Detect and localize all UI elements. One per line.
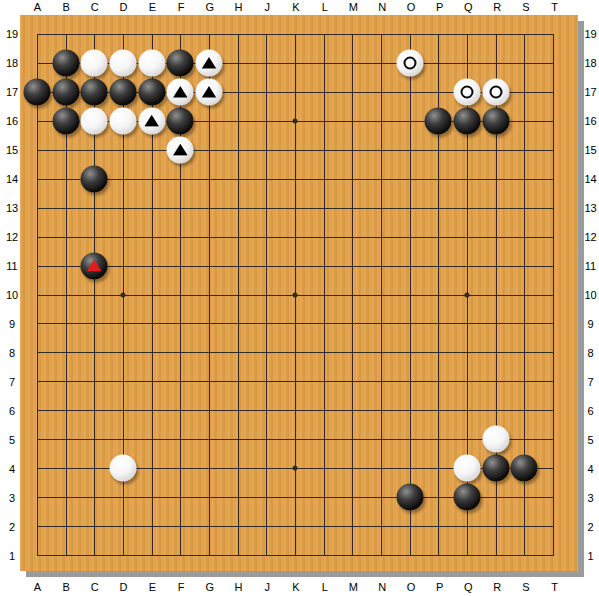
grid-cell[interactable] — [180, 295, 209, 324]
grid-cell[interactable] — [152, 497, 181, 526]
grid-cell[interactable] — [324, 63, 353, 92]
grid-cell[interactable] — [438, 526, 467, 555]
grid-cell[interactable] — [324, 150, 353, 179]
grid-cell[interactable] — [123, 179, 152, 208]
grid-cell[interactable] — [66, 381, 95, 410]
grid-cell[interactable] — [295, 295, 324, 324]
grid-cell[interactable] — [352, 352, 381, 381]
grid-cell[interactable] — [94, 381, 123, 410]
stone-white-C18[interactable] — [81, 49, 108, 76]
grid-cell[interactable] — [123, 266, 152, 295]
grid-cell[interactable] — [238, 121, 267, 150]
grid-cell[interactable] — [467, 150, 496, 179]
grid-cell[interactable] — [295, 121, 324, 150]
stone-black-D17[interactable] — [110, 78, 137, 105]
grid-cell[interactable] — [238, 468, 267, 497]
stone-white-R5[interactable] — [482, 426, 509, 453]
grid-cell[interactable] — [266, 34, 295, 63]
grid-cell[interactable] — [524, 497, 553, 526]
grid-cell[interactable] — [352, 150, 381, 179]
grid-cell[interactable] — [438, 266, 467, 295]
grid-cell[interactable] — [66, 439, 95, 468]
grid-cell[interactable] — [352, 63, 381, 92]
stone-black-P16[interactable] — [425, 107, 452, 134]
grid-cell[interactable] — [238, 63, 267, 92]
grid-cell[interactable] — [324, 439, 353, 468]
row-label-right-10: 10 — [582, 281, 599, 310]
grid-cell[interactable] — [381, 323, 410, 352]
grid-cell[interactable] — [180, 266, 209, 295]
grid-cell[interactable] — [295, 208, 324, 237]
stone-white-E18[interactable] — [138, 49, 165, 76]
grid-cell[interactable] — [524, 323, 553, 352]
grid-cell[interactable] — [266, 352, 295, 381]
grid-cell[interactable] — [352, 121, 381, 150]
grid-cell[interactable] — [180, 439, 209, 468]
grid-cell[interactable] — [496, 323, 525, 352]
grid-cell[interactable] — [209, 266, 238, 295]
grid-cell[interactable] — [209, 526, 238, 555]
grid-cell[interactable] — [238, 266, 267, 295]
stone-black-Q16[interactable] — [454, 107, 481, 134]
grid-cell[interactable] — [496, 208, 525, 237]
grid-cell[interactable] — [37, 352, 66, 381]
grid-cell[interactable] — [209, 208, 238, 237]
grid-cell[interactable] — [324, 208, 353, 237]
grid-cell[interactable] — [238, 439, 267, 468]
grid-cell[interactable] — [295, 497, 324, 526]
grid-cell[interactable] — [152, 323, 181, 352]
grid-cell[interactable] — [295, 323, 324, 352]
stone-black-A17[interactable] — [24, 78, 51, 105]
grid-cell[interactable] — [266, 208, 295, 237]
grid-cell[interactable] — [152, 439, 181, 468]
grid-cell[interactable] — [37, 381, 66, 410]
grid-cell[interactable] — [123, 410, 152, 439]
stone-black-F16[interactable] — [167, 107, 194, 134]
goban[interactable] — [20, 15, 578, 571]
grid-cell[interactable] — [123, 295, 152, 324]
stone-white-Q4[interactable] — [454, 455, 481, 482]
grid-cell[interactable] — [410, 381, 439, 410]
grid-cell[interactable] — [266, 468, 295, 497]
grid-cell[interactable] — [467, 526, 496, 555]
grid-cell[interactable] — [324, 121, 353, 150]
grid-cell[interactable] — [152, 208, 181, 237]
grid-cell[interactable] — [238, 352, 267, 381]
grid-cell[interactable] — [467, 295, 496, 324]
grid-cell[interactable] — [238, 208, 267, 237]
grid-cell[interactable] — [180, 179, 209, 208]
grid-cell[interactable] — [152, 179, 181, 208]
grid-cell[interactable] — [37, 439, 66, 468]
stone-black-B16[interactable] — [52, 107, 79, 134]
grid-cell[interactable] — [496, 150, 525, 179]
grid-cell[interactable] — [324, 295, 353, 324]
grid-cell[interactable] — [438, 237, 467, 266]
grid-cell[interactable] — [209, 150, 238, 179]
grid-cell[interactable] — [209, 497, 238, 526]
stone-white-G17[interactable] — [196, 78, 223, 105]
grid-cell[interactable] — [238, 150, 267, 179]
grid-cell[interactable] — [180, 410, 209, 439]
grid-cell[interactable] — [66, 526, 95, 555]
grid-cell[interactable] — [410, 323, 439, 352]
grid-cell[interactable] — [66, 295, 95, 324]
grid-cell[interactable] — [209, 352, 238, 381]
grid-cell[interactable] — [266, 295, 295, 324]
grid-cell[interactable] — [524, 266, 553, 295]
grid-cell[interactable] — [467, 208, 496, 237]
grid-cell[interactable] — [352, 410, 381, 439]
grid-cell[interactable] — [266, 121, 295, 150]
grid-cell[interactable] — [524, 295, 553, 324]
grid-cell[interactable] — [524, 410, 553, 439]
grid-cell[interactable] — [324, 179, 353, 208]
grid-cell[interactable] — [266, 179, 295, 208]
grid-cell[interactable] — [410, 526, 439, 555]
grid-cell[interactable] — [524, 381, 553, 410]
grid-cell[interactable] — [524, 352, 553, 381]
col-label-top-E: E — [138, 0, 167, 15]
stone-black-B18[interactable] — [52, 49, 79, 76]
grid-cell[interactable] — [324, 323, 353, 352]
grid-cell[interactable] — [266, 526, 295, 555]
grid-cell[interactable] — [209, 295, 238, 324]
grid-cell[interactable] — [266, 410, 295, 439]
grid-cell[interactable] — [266, 150, 295, 179]
grid-cell[interactable] — [295, 352, 324, 381]
grid-cell[interactable] — [37, 468, 66, 497]
grid-cell[interactable] — [152, 295, 181, 324]
grid-cell[interactable] — [295, 92, 324, 121]
grid-cell[interactable] — [37, 208, 66, 237]
grid-cell[interactable] — [352, 237, 381, 266]
stone-white-F15[interactable] — [167, 136, 194, 163]
grid-cell[interactable] — [524, 237, 553, 266]
grid-cell[interactable] — [266, 266, 295, 295]
grid-cell[interactable] — [266, 323, 295, 352]
grid-cell[interactable] — [524, 92, 553, 121]
grid-cell[interactable] — [123, 352, 152, 381]
grid-cell[interactable] — [467, 237, 496, 266]
grid-cell[interactable] — [410, 439, 439, 468]
grid-cell[interactable] — [352, 526, 381, 555]
grid-cell[interactable] — [209, 179, 238, 208]
grid-cell[interactable] — [66, 352, 95, 381]
grid-cell[interactable] — [238, 92, 267, 121]
grid-cell[interactable] — [295, 237, 324, 266]
grid-cell[interactable] — [94, 410, 123, 439]
grid-cell[interactable] — [381, 179, 410, 208]
grid-cell[interactable] — [352, 439, 381, 468]
grid-cell[interactable] — [467, 266, 496, 295]
grid-cell[interactable] — [238, 323, 267, 352]
grid-cell[interactable] — [381, 237, 410, 266]
grid-cell[interactable] — [238, 295, 267, 324]
grid-cell[interactable] — [152, 410, 181, 439]
stone-black-B17[interactable] — [52, 78, 79, 105]
grid-cell[interactable] — [438, 352, 467, 381]
grid-cell[interactable] — [496, 381, 525, 410]
grid-cell[interactable] — [238, 526, 267, 555]
grid-cell[interactable] — [180, 381, 209, 410]
grid-cell[interactable] — [94, 497, 123, 526]
grid-cell[interactable] — [324, 526, 353, 555]
grid-cell[interactable] — [295, 266, 324, 295]
grid-cell[interactable] — [410, 150, 439, 179]
grid-cell[interactable] — [295, 34, 324, 63]
grid-cell[interactable] — [438, 381, 467, 410]
grid-cell[interactable] — [295, 63, 324, 92]
grid-cell[interactable] — [152, 352, 181, 381]
row-label-right-19: 19 — [582, 20, 599, 49]
grid-cell[interactable] — [266, 63, 295, 92]
grid-cell[interactable] — [94, 208, 123, 237]
grid-cell[interactable] — [352, 92, 381, 121]
grid-cell[interactable] — [123, 150, 152, 179]
grid-cell[interactable] — [123, 526, 152, 555]
grid-cell[interactable] — [352, 295, 381, 324]
grid-cell[interactable] — [152, 381, 181, 410]
grid-cell[interactable] — [496, 179, 525, 208]
grid-cell[interactable] — [152, 266, 181, 295]
grid-cell[interactable] — [152, 237, 181, 266]
grid-cell[interactable] — [438, 179, 467, 208]
col-label-top-B: B — [52, 0, 81, 15]
grid-cell[interactable] — [180, 526, 209, 555]
triangle-mark — [202, 57, 217, 69]
grid-cell[interactable] — [324, 237, 353, 266]
grid-cell[interactable] — [180, 468, 209, 497]
grid-cell[interactable] — [438, 208, 467, 237]
grid-cell[interactable] — [381, 295, 410, 324]
grid-cell[interactable] — [496, 266, 525, 295]
grid-cell[interactable] — [381, 526, 410, 555]
grid-cell[interactable] — [295, 439, 324, 468]
grid-cell[interactable] — [410, 295, 439, 324]
grid-cell[interactable] — [209, 410, 238, 439]
stone-white-D4[interactable] — [110, 455, 137, 482]
grid-cell[interactable] — [295, 179, 324, 208]
grid-cell[interactable] — [524, 526, 553, 555]
grid-cell[interactable] — [37, 295, 66, 324]
grid-cell[interactable] — [180, 237, 209, 266]
grid-cell[interactable] — [37, 179, 66, 208]
grid-cell[interactable] — [123, 237, 152, 266]
grid-cell[interactable] — [238, 381, 267, 410]
grid-cell[interactable] — [381, 381, 410, 410]
stone-white-D16[interactable] — [110, 107, 137, 134]
row-label-right-6: 6 — [582, 397, 599, 426]
grid-cell[interactable] — [209, 121, 238, 150]
grid-cell[interactable] — [352, 34, 381, 63]
grid-cell[interactable] — [295, 526, 324, 555]
grid-cell[interactable] — [180, 497, 209, 526]
grid-cell[interactable] — [381, 266, 410, 295]
grid-cell[interactable] — [438, 34, 467, 63]
grid-cell[interactable] — [324, 266, 353, 295]
grid-cell[interactable] — [66, 323, 95, 352]
grid-cell[interactable] — [94, 323, 123, 352]
grid-cell[interactable] — [209, 439, 238, 468]
row-label-right-3: 3 — [582, 484, 599, 513]
grid-cell[interactable] — [66, 208, 95, 237]
stone-white-F17[interactable] — [167, 78, 194, 105]
grid-cell[interactable] — [381, 208, 410, 237]
grid-cell[interactable] — [438, 295, 467, 324]
grid-cell[interactable] — [324, 352, 353, 381]
grid-cell[interactable] — [410, 410, 439, 439]
grid-cell[interactable] — [438, 410, 467, 439]
grid-cell[interactable] — [209, 381, 238, 410]
grid-cell[interactable] — [467, 352, 496, 381]
grid-cell[interactable] — [352, 381, 381, 410]
grid-cell[interactable] — [266, 237, 295, 266]
grid-cell[interactable] — [266, 439, 295, 468]
stone-black-F18[interactable] — [167, 49, 194, 76]
grid-cell[interactable] — [324, 92, 353, 121]
grid-cell[interactable] — [496, 295, 525, 324]
grid-cell[interactable] — [410, 352, 439, 381]
grid-cell[interactable] — [180, 323, 209, 352]
grid-cell[interactable] — [180, 352, 209, 381]
grid-cell[interactable] — [94, 526, 123, 555]
grid-cell[interactable] — [381, 352, 410, 381]
stone-black-Q3[interactable] — [454, 484, 481, 511]
stone-white-E16[interactable] — [138, 107, 165, 134]
grid-cell[interactable] — [123, 497, 152, 526]
grid-cell[interactable] — [152, 468, 181, 497]
grid-cell[interactable] — [410, 208, 439, 237]
grid-cell[interactable] — [438, 323, 467, 352]
grid-cell[interactable] — [524, 150, 553, 179]
grid-cell[interactable] — [324, 468, 353, 497]
grid-cell[interactable] — [352, 497, 381, 526]
grid-cell[interactable] — [123, 208, 152, 237]
grid-cell[interactable] — [524, 34, 553, 63]
stone-white-G18[interactable] — [196, 49, 223, 76]
grid-cell[interactable] — [324, 34, 353, 63]
grid-cell[interactable] — [324, 497, 353, 526]
stone-black-C17[interactable] — [81, 78, 108, 105]
grid-cell[interactable] — [238, 237, 267, 266]
row-label-left-1: 1 — [2, 542, 22, 571]
grid-cell[interactable] — [37, 237, 66, 266]
stone-white-R17[interactable] — [482, 78, 509, 105]
grid-cell[interactable] — [524, 121, 553, 150]
grid-cell[interactable] — [352, 208, 381, 237]
row-label-left-5: 5 — [2, 426, 22, 455]
stone-black-C14[interactable] — [81, 165, 108, 192]
grid-cell[interactable] — [37, 323, 66, 352]
grid-cell[interactable] — [524, 179, 553, 208]
grid-cell[interactable] — [381, 121, 410, 150]
grid-cell[interactable] — [66, 410, 95, 439]
grid-cell[interactable] — [496, 352, 525, 381]
grid-cell[interactable] — [238, 497, 267, 526]
grid-cell[interactable] — [238, 34, 267, 63]
grid-cell[interactable] — [295, 381, 324, 410]
last-move-mark — [87, 260, 102, 272]
grid-cell[interactable] — [37, 266, 66, 295]
grid-cell[interactable] — [524, 208, 553, 237]
grid-cell[interactable] — [467, 323, 496, 352]
grid-cell[interactable] — [496, 497, 525, 526]
grid-cell[interactable] — [238, 410, 267, 439]
grid-cell[interactable] — [37, 497, 66, 526]
grid-cell[interactable] — [295, 468, 324, 497]
stone-black-S4[interactable] — [511, 455, 538, 482]
grid-cell[interactable] — [180, 208, 209, 237]
grid-cell[interactable] — [381, 150, 410, 179]
stone-black-O3[interactable] — [396, 484, 423, 511]
grid-cell[interactable] — [496, 237, 525, 266]
grid-cell[interactable] — [496, 526, 525, 555]
grid-cell[interactable] — [410, 179, 439, 208]
row-label-left-2: 2 — [2, 513, 22, 542]
grid-cell[interactable] — [123, 323, 152, 352]
grid-cell[interactable] — [324, 381, 353, 410]
grid-cell[interactable] — [295, 150, 324, 179]
grid-cell[interactable] — [66, 497, 95, 526]
grid-cell[interactable] — [152, 526, 181, 555]
grid-cell[interactable] — [94, 295, 123, 324]
stone-black-E17[interactable] — [138, 78, 165, 105]
grid-cell[interactable] — [410, 237, 439, 266]
stone-white-D18[interactable] — [110, 49, 137, 76]
grid-cell[interactable] — [524, 63, 553, 92]
grid-cell[interactable] — [352, 179, 381, 208]
grid-cell[interactable] — [352, 468, 381, 497]
grid-cell[interactable] — [37, 150, 66, 179]
grid-cell[interactable] — [37, 526, 66, 555]
grid-cell[interactable] — [410, 266, 439, 295]
grid-cell[interactable] — [123, 381, 152, 410]
grid-cell[interactable] — [352, 266, 381, 295]
grid-cell[interactable] — [324, 410, 353, 439]
grid-cell[interactable] — [37, 410, 66, 439]
grid-cell[interactable] — [66, 468, 95, 497]
triangle-mark — [144, 115, 159, 127]
grid-cell[interactable] — [381, 410, 410, 439]
stone-white-Q17[interactable] — [454, 78, 481, 105]
stone-white-O18[interactable] — [396, 49, 423, 76]
stone-white-C16[interactable] — [81, 107, 108, 134]
grid-cell[interactable] — [209, 323, 238, 352]
grid-cell[interactable] — [352, 323, 381, 352]
grid-cell[interactable] — [467, 34, 496, 63]
grid-cell[interactable] — [467, 179, 496, 208]
grid-cell[interactable] — [438, 150, 467, 179]
grid-cell[interactable] — [94, 352, 123, 381]
grid-cell[interactable] — [209, 468, 238, 497]
stone-black-R4[interactable] — [482, 455, 509, 482]
grid-cell[interactable] — [209, 237, 238, 266]
grid-cell[interactable] — [496, 34, 525, 63]
grid-cell[interactable] — [266, 92, 295, 121]
grid-cell[interactable] — [266, 497, 295, 526]
grid-cell[interactable] — [238, 179, 267, 208]
grid-cell[interactable] — [381, 439, 410, 468]
col-label-top-S: S — [511, 0, 540, 15]
grid-cell[interactable] — [266, 381, 295, 410]
grid-cell[interactable] — [381, 92, 410, 121]
stone-black-R16[interactable] — [482, 107, 509, 134]
grid-cell[interactable] — [295, 410, 324, 439]
grid-cell[interactable] — [467, 381, 496, 410]
stone-black-C11[interactable] — [81, 252, 108, 279]
